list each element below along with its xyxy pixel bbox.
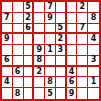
cell-r2c1: 7 <box>2 13 13 24</box>
cell-r2c4[interactable] <box>34 13 45 24</box>
cell-r4c6: 2 <box>56 34 67 45</box>
cell-r6c6[interactable] <box>56 56 67 67</box>
cell-r1c3: 5 <box>24 2 35 13</box>
cell-r4c3[interactable] <box>24 34 35 45</box>
cell-r2c9: 8 <box>88 13 99 24</box>
cell-r9c1[interactable] <box>2 88 13 99</box>
cell-r6c1: 6 <box>2 56 13 67</box>
cell-r6c2[interactable] <box>13 56 24 67</box>
cell-r3c6: 5 <box>56 24 67 35</box>
cell-r9c5: 5 <box>45 88 56 99</box>
cell-r7c6[interactable] <box>56 67 67 78</box>
cell-r6c9: 3 <box>88 56 99 67</box>
cell-r4c8[interactable] <box>77 34 88 45</box>
cell-r3c9[interactable] <box>88 24 99 35</box>
cell-r7c2: 6 <box>13 67 24 78</box>
cell-r1c4[interactable] <box>34 2 45 13</box>
cell-r3c2[interactable] <box>13 24 24 35</box>
cell-r8c5: 8 <box>45 77 56 88</box>
cell-r7c8[interactable] <box>77 67 88 78</box>
cell-r1c6[interactable] <box>56 2 67 13</box>
cell-r9c2: 8 <box>13 88 24 99</box>
cell-r9c8[interactable] <box>77 88 88 99</box>
cell-r7c4: 2 <box>34 67 45 78</box>
cell-r4c7[interactable] <box>67 34 78 45</box>
cell-r5c7[interactable] <box>67 45 78 56</box>
cell-r8c9: 1 <box>88 77 99 88</box>
cell-r5c8[interactable] <box>77 45 88 56</box>
cell-r9c6[interactable] <box>56 88 67 99</box>
cell-r2c2[interactable] <box>13 13 24 24</box>
cell-r2c7[interactable] <box>67 13 78 24</box>
cell-r3c5[interactable] <box>45 24 56 35</box>
cell-r3c7[interactable] <box>67 24 78 35</box>
cell-r1c8: 2 <box>77 2 88 13</box>
cell-r1c1[interactable] <box>2 2 13 13</box>
cell-r3c1[interactable] <box>2 24 13 35</box>
cell-r5c1[interactable] <box>2 45 13 56</box>
cell-r9c3[interactable] <box>24 88 35 99</box>
cell-r7c7: 4 <box>67 67 78 78</box>
cell-r4c1: 9 <box>2 34 13 45</box>
cell-r8c2[interactable] <box>13 77 24 88</box>
cell-r3c4[interactable] <box>34 24 45 35</box>
cell-r8c3[interactable] <box>24 77 35 88</box>
cell-r5c2[interactable] <box>13 45 24 56</box>
cell-r8c4[interactable] <box>34 77 45 88</box>
cell-r7c3[interactable] <box>24 67 35 78</box>
cell-r9c7: 9 <box>67 88 78 99</box>
cell-r6c7[interactable] <box>67 56 78 67</box>
cell-r1c7[interactable] <box>67 2 78 13</box>
cell-r2c3: 2 <box>24 13 35 24</box>
cell-r7c1[interactable] <box>2 67 13 78</box>
cell-r6c5[interactable] <box>45 56 56 67</box>
cell-r6c3[interactable] <box>24 56 35 67</box>
sudoku-board: 57272986579249136836244861859 <box>0 0 101 101</box>
cell-r3c8: 7 <box>77 24 88 35</box>
cell-r2c8[interactable] <box>77 13 88 24</box>
cell-r5c5: 1 <box>45 45 56 56</box>
cell-r6c4: 8 <box>34 56 45 67</box>
cell-r1c2[interactable] <box>13 2 24 13</box>
cell-r4c9: 4 <box>88 34 99 45</box>
cell-r6c8[interactable] <box>77 56 88 67</box>
cell-r1c5: 7 <box>45 2 56 13</box>
cell-r8c7: 6 <box>67 77 78 88</box>
cell-r8c8[interactable] <box>77 77 88 88</box>
cell-r9c9[interactable] <box>88 88 99 99</box>
cell-r5c9[interactable] <box>88 45 99 56</box>
cell-r8c1: 4 <box>2 77 13 88</box>
cell-r8c6[interactable] <box>56 77 67 88</box>
cell-r5c4: 9 <box>34 45 45 56</box>
cell-r7c5[interactable] <box>45 67 56 78</box>
cell-r3c3: 6 <box>24 24 35 35</box>
cell-r7c9[interactable] <box>88 67 99 78</box>
cell-r2c6[interactable] <box>56 13 67 24</box>
cell-r4c5[interactable] <box>45 34 56 45</box>
cell-r9c4[interactable] <box>34 88 45 99</box>
cell-r5c3[interactable] <box>24 45 35 56</box>
cell-r4c2[interactable] <box>13 34 24 45</box>
cell-r1c9[interactable] <box>88 2 99 13</box>
cell-r4c4[interactable] <box>34 34 45 45</box>
cell-r2c5: 9 <box>45 13 56 24</box>
cell-r5c6: 3 <box>56 45 67 56</box>
